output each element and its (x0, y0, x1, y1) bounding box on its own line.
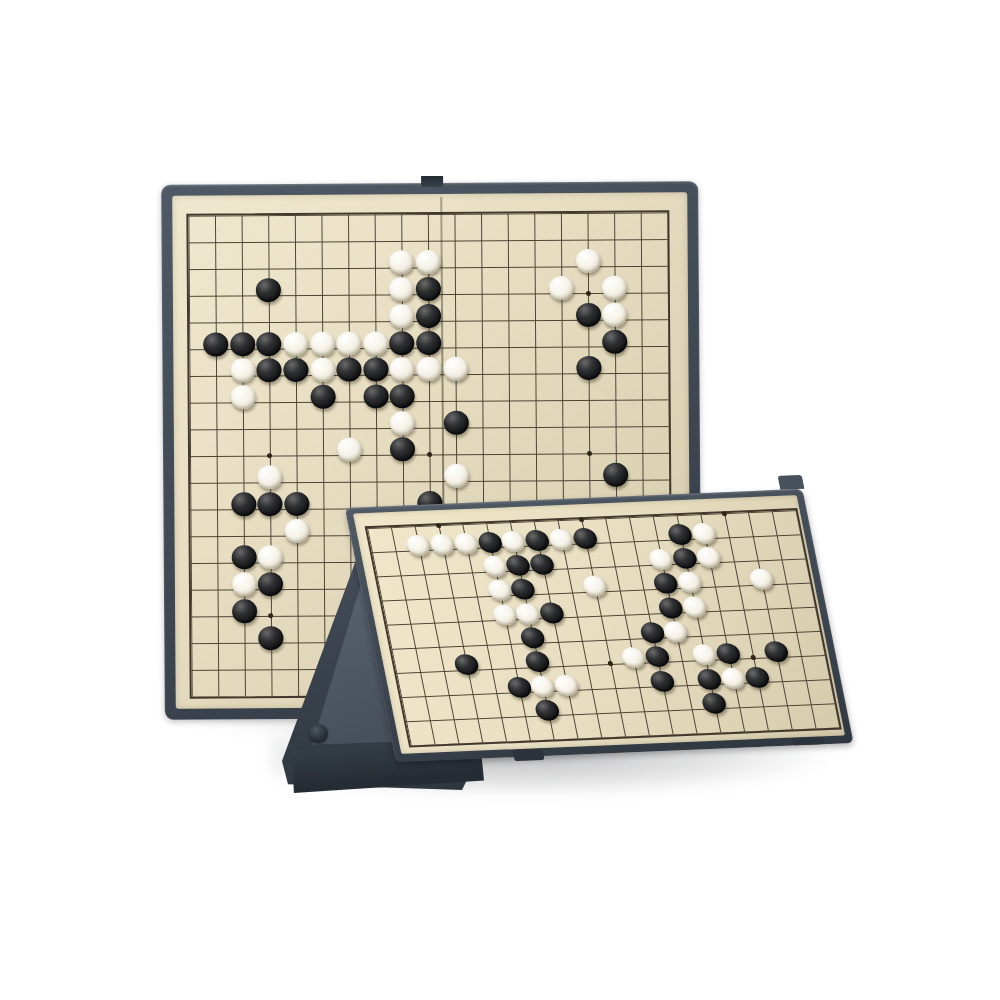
white-go-stone (553, 674, 580, 696)
black-go-stone (744, 666, 771, 688)
black-go-stone (443, 410, 468, 434)
white-go-stone (602, 303, 627, 327)
white-go-stone (258, 545, 283, 569)
black-go-stone (284, 492, 309, 516)
white-go-stone (486, 580, 513, 602)
black-go-stone (476, 531, 503, 553)
white-go-stone (444, 464, 469, 488)
black-go-stone (416, 331, 441, 355)
white-go-stone (677, 572, 704, 594)
black-go-stone (524, 529, 551, 551)
white-go-stone (390, 411, 415, 435)
white-go-stone (681, 596, 708, 618)
white-go-stone (429, 533, 456, 555)
black-go-stone (576, 303, 601, 327)
black-go-stone (667, 523, 694, 545)
star-point (607, 661, 613, 666)
white-go-stone (602, 276, 627, 300)
black-go-stone (258, 492, 283, 516)
white-go-stone (389, 251, 414, 275)
white-go-stone (548, 528, 575, 550)
white-go-stone (257, 465, 282, 489)
black-go-stone (256, 278, 281, 302)
star-point (587, 451, 592, 456)
star-point (586, 291, 591, 296)
star-point (721, 511, 727, 516)
black-go-stone (231, 546, 256, 570)
black-go-stone (572, 527, 599, 549)
white-go-stone (416, 250, 441, 274)
black-go-stone (653, 573, 680, 595)
black-go-stone (715, 643, 742, 665)
white-go-stone (390, 357, 415, 381)
white-go-stone (515, 603, 542, 625)
black-go-stone (453, 654, 480, 676)
white-go-stone (452, 532, 479, 554)
white-go-stone (549, 276, 574, 300)
white-go-stone (491, 604, 518, 626)
black-go-stone (231, 492, 256, 516)
black-go-stone (283, 358, 308, 382)
black-go-stone (603, 463, 628, 487)
black-go-stone (230, 332, 255, 356)
front-board-foot (512, 748, 544, 761)
black-go-stone (539, 602, 566, 624)
black-go-stone (416, 277, 441, 301)
black-go-stone (337, 358, 362, 382)
white-go-stone (662, 621, 689, 643)
star-point (268, 613, 273, 618)
black-go-stone (363, 358, 388, 382)
white-go-stone (720, 667, 747, 689)
product-photo-go-set: Go (weiqi / baduk) — magnetic folding tr… (0, 0, 1000, 1000)
black-go-stone (701, 692, 728, 714)
black-go-stone (203, 332, 228, 356)
star-point (578, 517, 584, 522)
white-go-stone (230, 385, 255, 409)
black-go-stone (363, 384, 388, 408)
white-go-stone (336, 331, 361, 355)
white-go-stone (575, 249, 600, 273)
black-go-stone (529, 554, 556, 576)
star-point (267, 453, 272, 458)
white-go-stone (232, 572, 257, 596)
white-go-stone (581, 576, 608, 598)
black-go-stone (534, 699, 561, 721)
white-go-stone (337, 438, 362, 462)
hinge-notch (421, 176, 443, 187)
white-go-stone (695, 547, 722, 569)
black-go-stone (390, 384, 415, 408)
black-go-stone (232, 599, 257, 623)
black-go-stone (505, 555, 532, 577)
black-go-stone (602, 329, 627, 353)
white-go-stone (405, 534, 432, 556)
black-go-stone (763, 641, 790, 663)
black-go-stone (696, 668, 723, 690)
star-point (435, 523, 441, 528)
star-point (427, 452, 432, 457)
black-go-stone (257, 358, 282, 382)
front-board-face (353, 495, 845, 754)
white-go-stone (416, 357, 441, 381)
black-go-stone (658, 597, 685, 619)
white-go-stone (443, 357, 468, 381)
white-go-stone (389, 277, 414, 301)
black-go-stone (524, 651, 551, 673)
white-go-stone (620, 647, 647, 669)
black-go-stone (506, 676, 533, 698)
black-go-stone (259, 626, 284, 650)
white-go-stone (648, 549, 675, 571)
white-go-stone (363, 331, 388, 355)
white-go-stone (310, 358, 335, 382)
white-go-stone (310, 331, 335, 355)
white-go-stone (500, 530, 527, 552)
black-go-stone (644, 646, 671, 668)
black-go-stone (390, 438, 415, 462)
black-go-stone (520, 627, 547, 649)
white-go-stone (284, 518, 309, 542)
black-go-stone (510, 579, 537, 601)
white-go-stone (691, 644, 718, 666)
black-go-stone (256, 332, 281, 356)
front-folded-board (346, 495, 856, 762)
black-go-stone (416, 304, 441, 328)
white-go-stone (529, 675, 556, 697)
white-go-stone (389, 304, 414, 328)
white-go-stone (230, 359, 255, 383)
white-go-stone (691, 522, 718, 544)
black-go-stone (648, 670, 675, 692)
black-go-stone (310, 385, 335, 409)
white-go-stone (283, 331, 308, 355)
white-go-stone (748, 569, 775, 591)
black-go-stone (258, 572, 283, 596)
black-go-stone (576, 356, 601, 380)
black-go-stone (639, 622, 666, 644)
white-go-stone (481, 556, 508, 578)
black-go-stone (390, 331, 415, 355)
black-go-stone (672, 548, 699, 570)
front-board-grid (365, 508, 842, 747)
star-point (750, 655, 756, 660)
front-board-hinge-tab (778, 475, 805, 490)
